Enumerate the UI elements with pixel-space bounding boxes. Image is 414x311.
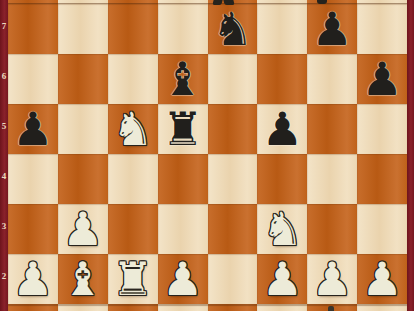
square-b1: [58, 304, 108, 311]
square-a2: ♟: [8, 254, 58, 304]
square-a6: [8, 54, 58, 104]
square-g7: ♟: [307, 4, 357, 54]
square-g4: [307, 154, 357, 204]
square-g6: [307, 54, 357, 104]
square-a1: [8, 304, 58, 311]
square-c5: ♞: [108, 104, 158, 154]
square-a4: [8, 154, 58, 204]
square-a7: [8, 4, 58, 54]
rank-label-7: 7: [0, 21, 8, 31]
square-b5: [58, 104, 108, 154]
square-f2: ♟: [257, 254, 307, 304]
square-b3: ♟: [58, 204, 108, 254]
square-h7: [357, 4, 407, 54]
square-f1: [257, 304, 307, 311]
square-c3: [108, 204, 158, 254]
rank-label-3: 3: [0, 221, 8, 231]
square-g5: [307, 104, 357, 154]
square-c1: [108, 304, 158, 311]
piece-white-pawn-f2: ♟: [257, 254, 307, 304]
square-b4: [58, 154, 108, 204]
piece-black-pawn-a5: ♟: [8, 104, 58, 154]
square-h4: [357, 154, 407, 204]
square-h2: ♟: [357, 254, 407, 304]
square-d1: [158, 304, 208, 311]
square-c6: [108, 54, 158, 104]
square-h6: ♟: [357, 54, 407, 104]
partial-piece-e8: [212, 0, 222, 5]
piece-white-pawn-h2: ♟: [357, 254, 407, 304]
square-f4: [257, 154, 307, 204]
square-e1: [208, 304, 258, 311]
partial-piece-e8: [223, 0, 234, 5]
partial-piece-g8: [317, 0, 327, 4]
square-d5: ♜: [158, 104, 208, 154]
piece-white-pawn-g2: ♟: [307, 254, 357, 304]
piece-white-knight-f3: ♞: [257, 204, 307, 254]
piece-white-rook-c2: ♜: [108, 254, 158, 304]
square-a3: [8, 204, 58, 254]
square-g3: [307, 204, 357, 254]
square-c7: [108, 4, 158, 54]
square-b7: [58, 4, 108, 54]
board-frame-left: 765432: [0, 0, 8, 311]
board-frame-right: [407, 0, 414, 311]
square-d7: [158, 4, 208, 54]
piece-black-bishop-d6: ♝: [158, 54, 208, 104]
square-f6: [257, 54, 307, 104]
piece-black-pawn-h6: ♟: [357, 54, 407, 104]
square-f5: ♟: [257, 104, 307, 154]
square-h1: [357, 304, 407, 311]
square-c4: [108, 154, 158, 204]
square-b2: ♝: [58, 254, 108, 304]
piece-black-rook-d5: ♜: [158, 104, 208, 154]
rank-label-5: 5: [0, 121, 8, 131]
piece-white-pawn-d2: ♟: [158, 254, 208, 304]
square-g2: ♟: [307, 254, 357, 304]
chess-board: ♞♟♝♟♟♞♜♟♟♞♟♝♜♟♟♟♟: [8, 0, 407, 311]
square-e5: [208, 104, 258, 154]
square-e7: ♞: [208, 4, 258, 54]
piece-black-pawn-g7: ♟: [307, 4, 357, 54]
piece-white-pawn-b3: ♟: [58, 204, 108, 254]
partial-piece-g1: [328, 306, 334, 311]
piece-white-pawn-a2: ♟: [8, 254, 58, 304]
rank-label-4: 4: [0, 171, 8, 181]
square-d6: ♝: [158, 54, 208, 104]
piece-white-knight-c5: ♞: [108, 104, 158, 154]
square-e6: [208, 54, 258, 104]
square-f3: ♞: [257, 204, 307, 254]
square-d4: [158, 154, 208, 204]
square-e4: [208, 154, 258, 204]
square-c2: ♜: [108, 254, 158, 304]
square-e2: [208, 254, 258, 304]
square-h5: [357, 104, 407, 154]
chess-diagram: ♞♟♝♟♟♞♜♟♟♞♟♝♜♟♟♟♟ 765432: [0, 0, 414, 311]
square-f7: [257, 4, 307, 54]
square-d3: [158, 204, 208, 254]
piece-black-knight-e7: ♞: [208, 4, 258, 54]
piece-black-pawn-f5: ♟: [257, 104, 307, 154]
square-b6: [58, 54, 108, 104]
piece-white-bishop-b2: ♝: [58, 254, 108, 304]
square-e3: [208, 204, 258, 254]
rank-label-6: 6: [0, 71, 8, 81]
square-h3: [357, 204, 407, 254]
square-d2: ♟: [158, 254, 208, 304]
rank-label-2: 2: [0, 271, 8, 281]
square-a5: ♟: [8, 104, 58, 154]
